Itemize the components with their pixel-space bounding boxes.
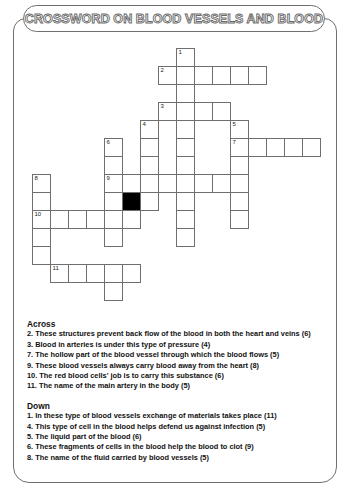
crossword-cell[interactable] <box>50 210 69 229</box>
crossword-cell[interactable] <box>230 66 249 85</box>
clue-down-8: 8. The name of the fluid carried by bloo… <box>27 453 339 463</box>
cell-number-4: 4 <box>143 121 146 128</box>
crossword-cell[interactable]: 9 <box>104 174 123 193</box>
crossword-cell[interactable] <box>32 246 51 265</box>
crossword-cell[interactable] <box>104 156 123 175</box>
crossword-cell[interactable] <box>212 174 231 193</box>
crossword-cell[interactable] <box>176 66 195 85</box>
crossword-cell[interactable] <box>212 102 231 121</box>
crossword-cell[interactable]: 7 <box>230 138 249 157</box>
crossword-cell[interactable]: 10 <box>32 210 51 229</box>
crossword-cell[interactable] <box>266 138 285 157</box>
crossword-cell[interactable] <box>248 66 267 85</box>
clue-across-11: 11. The name of the main artery in the b… <box>27 381 339 391</box>
crossword-cell[interactable] <box>68 210 87 229</box>
clue-down-1: 1. In these type of blood vessels exchan… <box>27 411 339 421</box>
clue-down-5: 5. The liquid part of the blood (6) <box>27 432 339 442</box>
clue-across-7: 7. The hollow part of the blood vessel t… <box>27 350 339 360</box>
clue-down-6: 6. These fragments of cells in the blood… <box>27 442 339 452</box>
cell-number-8: 8 <box>35 175 38 182</box>
crossword-cell[interactable] <box>104 210 123 229</box>
crossword-cell[interactable] <box>140 138 159 157</box>
crossword-cell[interactable] <box>122 264 141 283</box>
down-list: 1. In these type of blood vessels exchan… <box>27 411 339 463</box>
cell-number-11: 11 <box>53 265 59 272</box>
crossword-cell[interactable] <box>140 174 159 193</box>
crossword-cell[interactable] <box>212 66 231 85</box>
across-header: Across <box>27 319 339 329</box>
crossword-cell[interactable] <box>176 174 195 193</box>
crossword-cell[interactable]: 11 <box>50 264 69 283</box>
crossword-cell[interactable]: 8 <box>32 174 51 193</box>
title-capsule: CROSSWORD ON BLOOD VESSELS AND BLOOD <box>23 5 325 32</box>
clue-across-2: 2. These structures prevent back flow of… <box>27 329 339 339</box>
cell-number-5: 5 <box>233 121 236 128</box>
crossword-cell[interactable] <box>104 282 123 301</box>
clues-panel: Across 2. These structures prevent back … <box>27 319 339 463</box>
crossword-cell[interactable]: 1 <box>176 48 195 67</box>
crossword-cell[interactable] <box>248 138 267 157</box>
crossword-cell[interactable] <box>194 102 213 121</box>
cell-number-2: 2 <box>161 67 164 74</box>
crossword-cell[interactable] <box>176 156 195 175</box>
down-header: Down <box>27 401 339 411</box>
crossword-cell[interactable]: 6 <box>104 138 123 157</box>
clue-across-9: 9. These blood vessels always carry bloo… <box>27 361 339 371</box>
crossword-cell[interactable] <box>230 192 249 211</box>
cell-number-7: 7 <box>233 139 236 146</box>
clue-across-3: 3. Blood in arteries is under this type … <box>27 340 339 350</box>
crossword-cell[interactable] <box>194 66 213 85</box>
crossword-cell[interactable] <box>140 156 159 175</box>
down-section: Down 1. In these type of blood vessels e… <box>27 401 339 463</box>
crossword-cell[interactable] <box>86 210 105 229</box>
crossword-cell[interactable] <box>176 192 195 211</box>
cell-number-10: 10 <box>35 211 42 218</box>
crossword-cell[interactable] <box>302 138 321 157</box>
cell-number-6: 6 <box>107 139 110 146</box>
crossword-cell[interactable] <box>194 174 213 193</box>
crossword-cell[interactable] <box>230 156 249 175</box>
crossword-cell[interactable] <box>68 264 87 283</box>
crossword-cell[interactable]: 2 <box>158 66 177 85</box>
cell-number-1: 1 <box>179 49 182 56</box>
crossword-cell[interactable] <box>230 210 249 229</box>
clue-down-4: 4. This type of cell in the blood helps … <box>27 422 339 432</box>
crossword-cell[interactable] <box>176 138 195 157</box>
crossword-cell[interactable] <box>122 210 141 229</box>
crossword-cell[interactable] <box>158 174 177 193</box>
crossword-cell[interactable] <box>32 192 51 211</box>
crossword-cell[interactable] <box>176 120 195 139</box>
clue-across-10: 10. The red blood cells' job is to carry… <box>27 371 339 381</box>
crossword-grid: 1234567891011 <box>0 0 353 320</box>
cell-number-3: 3 <box>161 103 164 110</box>
crossword-cell[interactable] <box>284 138 303 157</box>
crossword-cell[interactable] <box>140 192 159 211</box>
crossword-cell[interactable] <box>176 84 195 103</box>
crossword-cell[interactable]: 4 <box>140 120 159 139</box>
crossword-cell[interactable] <box>104 228 123 247</box>
crossword-cell[interactable]: 3 <box>158 102 177 121</box>
page-title: CROSSWORD ON BLOOD VESSELS AND BLOOD <box>25 12 323 26</box>
crossword-cell[interactable] <box>176 210 195 229</box>
crossword-cell[interactable] <box>32 228 51 247</box>
crossword-cell[interactable] <box>176 102 195 121</box>
crossword-cell[interactable] <box>104 264 123 283</box>
crossword-cell[interactable] <box>230 174 249 193</box>
crossword-cell-black <box>122 192 141 211</box>
crossword-cell[interactable] <box>104 192 123 211</box>
crossword-cell[interactable] <box>122 174 141 193</box>
crossword-cell[interactable] <box>176 228 195 247</box>
crossword-cell[interactable]: 5 <box>230 120 249 139</box>
cell-number-9: 9 <box>107 175 110 182</box>
across-section: Across 2. These structures prevent back … <box>27 319 339 392</box>
crossword-cell[interactable] <box>86 264 105 283</box>
across-list: 2. These structures prevent back flow of… <box>27 329 339 391</box>
